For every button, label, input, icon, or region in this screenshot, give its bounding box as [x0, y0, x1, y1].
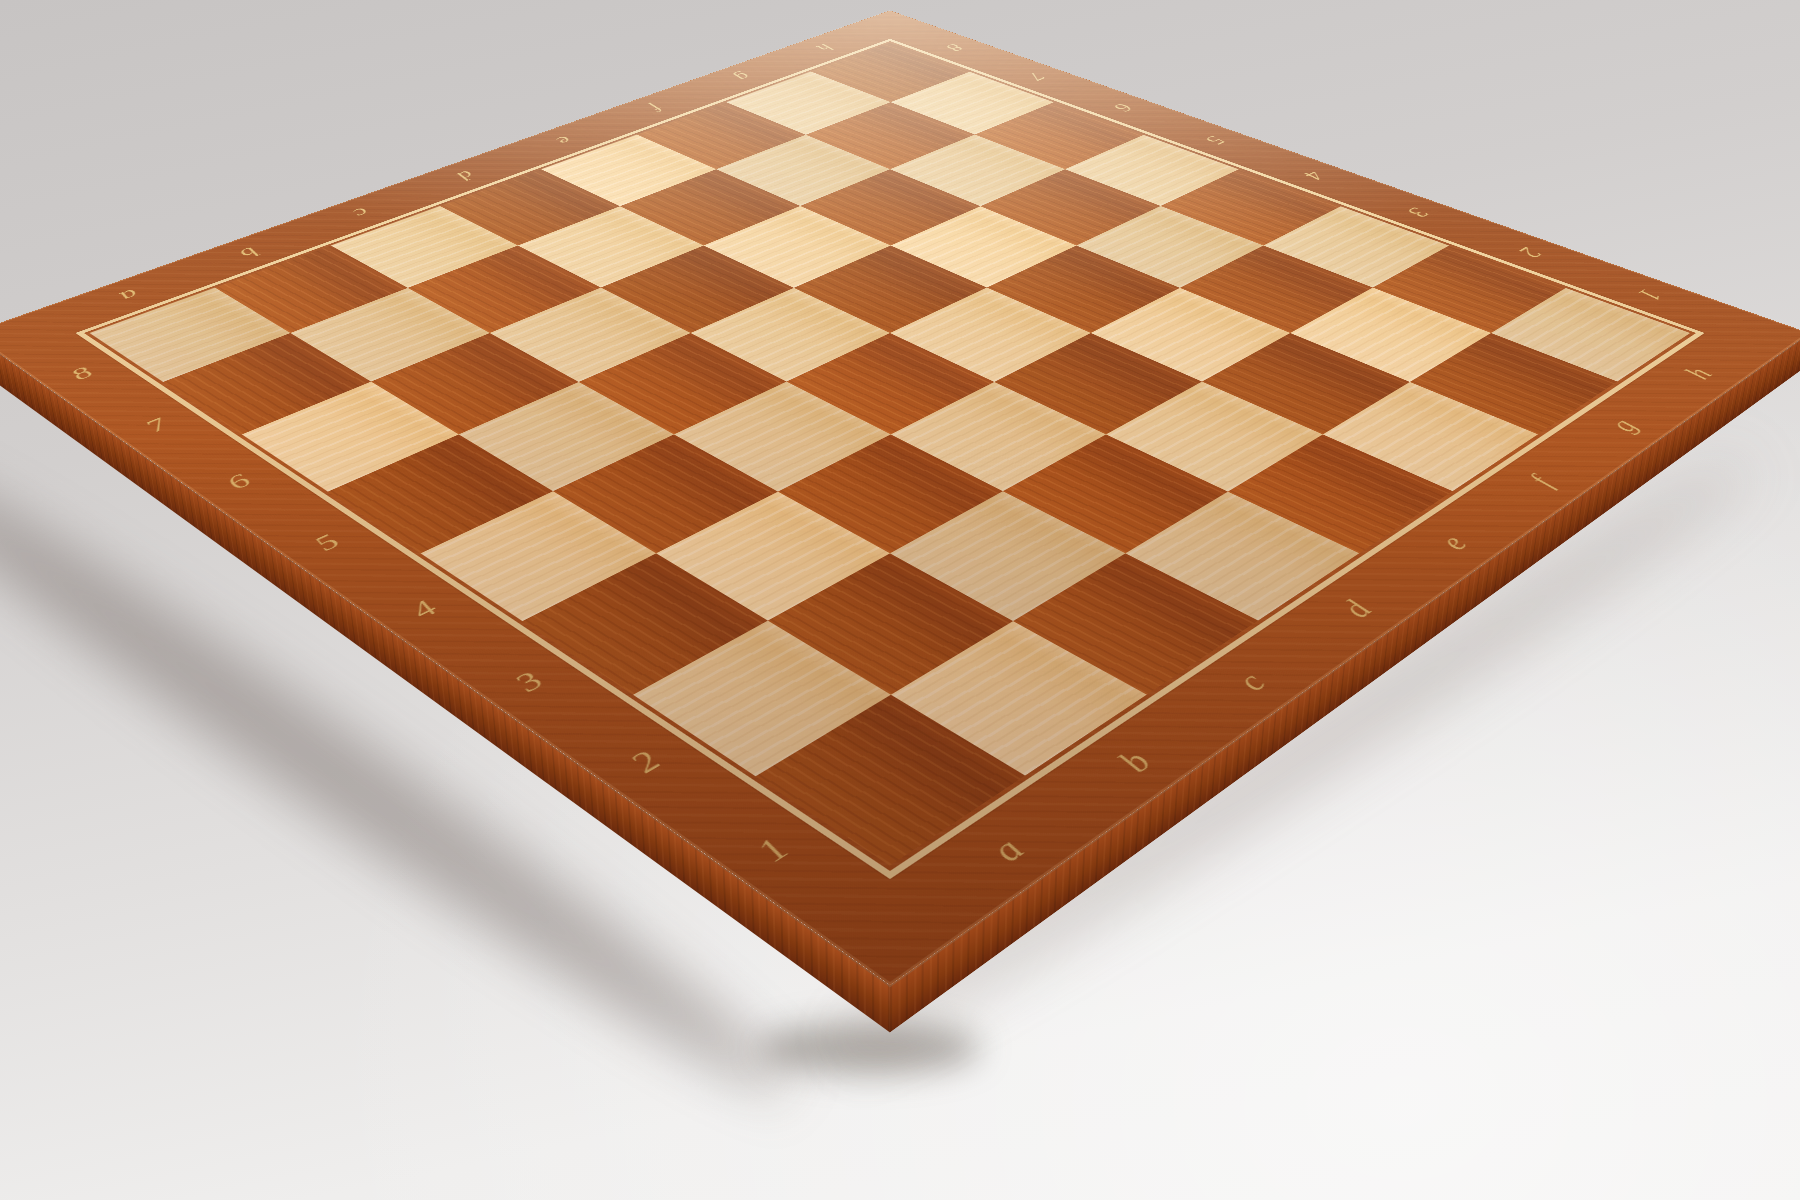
file-label-c: c: [1226, 668, 1277, 697]
file-label-a-far: a: [113, 287, 147, 304]
rank-label-1-far: 1: [1630, 287, 1672, 304]
file-label-d: d: [1331, 596, 1381, 623]
rank-label-5: 5: [306, 530, 348, 555]
rank-label-2: 2: [620, 746, 670, 779]
file-label-f-far: f: [644, 102, 670, 113]
file-label-e-far: e: [549, 134, 579, 147]
rank-label-3-far: 3: [1400, 205, 1438, 220]
photo-background: aabbccddeeffgghh1122334455667788: [0, 0, 1800, 1200]
chessboard: aabbccddeeffgghh1122334455667788: [0, 11, 1800, 986]
file-label-b: b: [1108, 746, 1162, 779]
rank-label-8: 8: [64, 364, 100, 383]
rank-label-4: 4: [402, 596, 446, 623]
rank-label-5-far: 5: [1198, 134, 1233, 147]
rank-label-2-far: 2: [1511, 244, 1551, 260]
file-label-b-far: b: [233, 244, 266, 260]
rank-label-1: 1: [746, 832, 800, 868]
file-label-d-far: d: [450, 168, 482, 182]
inlay-line: [75, 39, 1704, 879]
file-label-g: g: [1600, 415, 1646, 436]
scene-3d: aabbccddeeffgghh1122334455667788: [0, 0, 1800, 1200]
rank-label-8-far: 8: [939, 42, 969, 53]
file-label-g-far: g: [728, 71, 758, 83]
rank-label-7: 7: [138, 415, 175, 436]
rank-label-6-far: 6: [1107, 101, 1140, 113]
file-label-h: h: [1676, 364, 1721, 383]
file-label-e: e: [1429, 531, 1477, 555]
rank-label-6: 6: [219, 470, 258, 493]
file-label-c-far: c: [346, 205, 377, 219]
file-label-f: f: [1520, 472, 1563, 492]
rank-label-4-far: 4: [1296, 168, 1332, 182]
rank-label-7-far: 7: [1021, 71, 1053, 83]
file-label-a: a: [979, 832, 1035, 868]
file-label-h-far: h: [810, 42, 840, 53]
rank-label-3: 3: [506, 667, 553, 697]
